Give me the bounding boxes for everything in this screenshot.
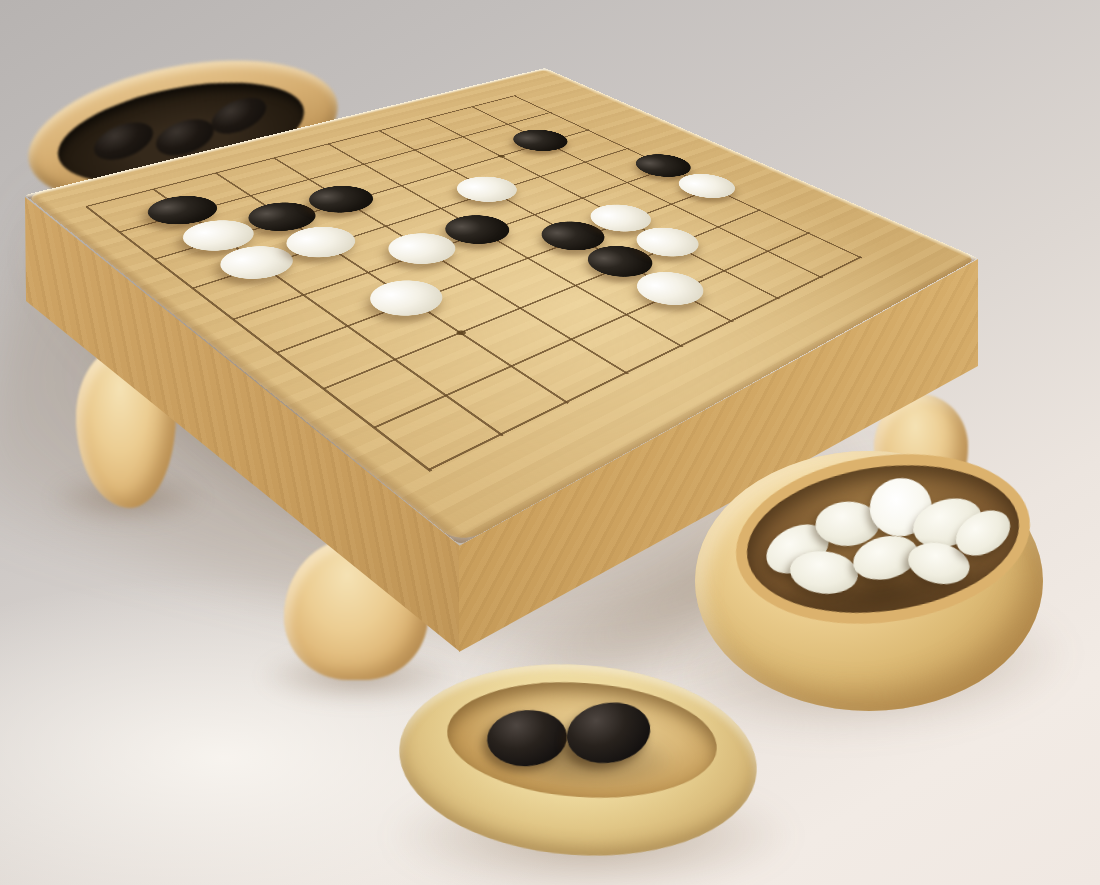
- go-scene-photo: Overhead-angle photograph of a wooden 9x…: [0, 0, 1100, 885]
- upper-lid-black-stone-3: [206, 91, 271, 141]
- upper-lid-black-stone-1: [89, 115, 158, 167]
- grid-line-col-5: [328, 144, 684, 347]
